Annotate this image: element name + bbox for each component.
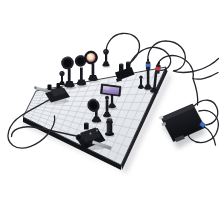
optics-kit-photo: [0, 0, 220, 220]
lens-glass: [64, 59, 72, 67]
port-cylinder: [119, 65, 123, 73]
lens-glass: [77, 58, 84, 65]
blue-connector-band: [146, 64, 150, 67]
glint: [88, 55, 90, 57]
photo-canvas: [0, 0, 220, 220]
post: [106, 100, 109, 113]
base-cone: [103, 62, 109, 66]
post: [147, 70, 150, 86]
arm-tip: [34, 87, 37, 90]
base-cone: [65, 81, 75, 86]
lens-mount-iridescent-filter: [85, 51, 99, 83]
cylinder-collar: [106, 121, 113, 123]
port-cylinder: [126, 63, 130, 71]
screw: [96, 130, 98, 132]
port-top: [126, 62, 130, 64]
connector-tip: [147, 59, 149, 62]
post: [80, 68, 83, 81]
top-knob-cap: [84, 123, 89, 125]
highlight: [104, 50, 106, 52]
highlight: [61, 72, 62, 73]
post-base: [59, 82, 65, 86]
controller-box: [159, 100, 218, 149]
base-cone: [77, 80, 86, 84]
ball-knob: [105, 96, 109, 100]
port-top: [119, 64, 123, 66]
iridescent-filter-glass: [87, 53, 96, 62]
ball-knob: [139, 76, 142, 79]
post: [68, 69, 71, 82]
ball-top-post: [102, 49, 110, 68]
post: [105, 54, 107, 63]
ball-knob: [59, 71, 64, 76]
fiber-cable: [158, 56, 198, 105]
screw: [90, 133, 92, 135]
post: [92, 64, 95, 76]
ball-knob: [103, 49, 109, 55]
fiber-cable: [106, 33, 140, 64]
post: [111, 95, 113, 105]
fiber-cable: [193, 73, 218, 80]
base-cone: [89, 75, 98, 79]
adjuster-knob: [84, 144, 89, 149]
post: [140, 79, 142, 86]
cylinder-top: [107, 118, 113, 120]
adjuster-knob: [48, 85, 52, 91]
